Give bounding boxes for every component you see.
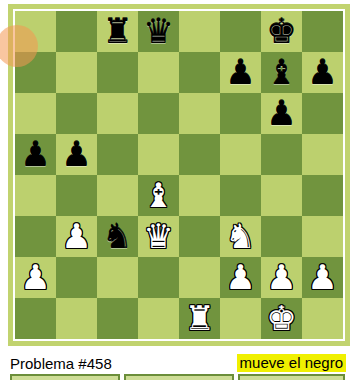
- square-h7[interactable]: ♟: [302, 52, 343, 93]
- square-d6[interactable]: [138, 93, 179, 134]
- square-f1[interactable]: [220, 298, 261, 339]
- bottom-button-2[interactable]: [124, 374, 234, 380]
- square-f6[interactable]: [220, 93, 261, 134]
- square-f2[interactable]: ♟: [220, 257, 261, 298]
- square-b6[interactable]: [56, 93, 97, 134]
- black-knight-c3[interactable]: ♞: [97, 216, 138, 257]
- white-pawn-g2[interactable]: ♟: [261, 257, 302, 298]
- square-g7[interactable]: ♝: [261, 52, 302, 93]
- black-king-g8[interactable]: ♚: [261, 11, 302, 52]
- square-d5[interactable]: [138, 134, 179, 175]
- black-pawn-g6[interactable]: ♟: [261, 93, 302, 134]
- square-a4[interactable]: [15, 175, 56, 216]
- square-g5[interactable]: [261, 134, 302, 175]
- square-f4[interactable]: [220, 175, 261, 216]
- square-h1[interactable]: [302, 298, 343, 339]
- square-e6[interactable]: [179, 93, 220, 134]
- square-c4[interactable]: [97, 175, 138, 216]
- square-h8[interactable]: [302, 11, 343, 52]
- square-e3[interactable]: [179, 216, 220, 257]
- white-knight-f3[interactable]: ♞: [220, 216, 261, 257]
- white-pawn-b3[interactable]: ♟: [56, 216, 97, 257]
- square-f7[interactable]: ♟: [220, 52, 261, 93]
- square-g6[interactable]: ♟: [261, 93, 302, 134]
- square-b2[interactable]: [56, 257, 97, 298]
- white-pawn-f2[interactable]: ♟: [220, 257, 261, 298]
- square-e4[interactable]: [179, 175, 220, 216]
- square-c8[interactable]: ♜: [97, 11, 138, 52]
- square-h2[interactable]: ♟: [302, 257, 343, 298]
- square-a1[interactable]: [15, 298, 56, 339]
- square-b7[interactable]: [56, 52, 97, 93]
- white-pawn-h2[interactable]: ♟: [302, 257, 343, 298]
- square-d1[interactable]: [138, 298, 179, 339]
- square-a2[interactable]: ♟: [15, 257, 56, 298]
- caption-row: Problema #458 mueve el negro: [0, 352, 353, 373]
- square-f5[interactable]: [220, 134, 261, 175]
- square-d3[interactable]: ♛: [138, 216, 179, 257]
- white-queen-d3[interactable]: ♛: [138, 216, 179, 257]
- square-d7[interactable]: [138, 52, 179, 93]
- square-c1[interactable]: [97, 298, 138, 339]
- black-pawn-a5[interactable]: ♟: [15, 134, 56, 175]
- square-h5[interactable]: [302, 134, 343, 175]
- square-c6[interactable]: [97, 93, 138, 134]
- square-a5[interactable]: ♟: [15, 134, 56, 175]
- chess-board[interactable]: ♜♛♚♟♝♟♟♟♟♝♟♞♛♞♟♟♟♟♜♚: [15, 11, 343, 339]
- square-e5[interactable]: [179, 134, 220, 175]
- square-f8[interactable]: [220, 11, 261, 52]
- square-a3[interactable]: [15, 216, 56, 257]
- square-a7[interactable]: [15, 52, 56, 93]
- square-c2[interactable]: [97, 257, 138, 298]
- square-g1[interactable]: ♚: [261, 298, 302, 339]
- square-c5[interactable]: [97, 134, 138, 175]
- square-d2[interactable]: [138, 257, 179, 298]
- black-pawn-h7[interactable]: ♟: [302, 52, 343, 93]
- black-queen-d8[interactable]: ♛: [138, 11, 179, 52]
- white-pawn-a2[interactable]: ♟: [15, 257, 56, 298]
- black-pawn-b5[interactable]: ♟: [56, 134, 97, 175]
- square-c3[interactable]: ♞: [97, 216, 138, 257]
- square-d8[interactable]: ♛: [138, 11, 179, 52]
- white-rook-e1[interactable]: ♜: [179, 298, 220, 339]
- square-e8[interactable]: [179, 11, 220, 52]
- black-pawn-f7[interactable]: ♟: [220, 52, 261, 93]
- square-h3[interactable]: [302, 216, 343, 257]
- button-strip: [0, 374, 353, 380]
- square-b8[interactable]: [56, 11, 97, 52]
- square-e2[interactable]: [179, 257, 220, 298]
- black-rook-c8[interactable]: ♜: [97, 11, 138, 52]
- white-bishop-d4[interactable]: ♝: [138, 175, 179, 216]
- square-b3[interactable]: ♟: [56, 216, 97, 257]
- white-king-g1[interactable]: ♚: [261, 298, 302, 339]
- square-b4[interactable]: [56, 175, 97, 216]
- square-g4[interactable]: [261, 175, 302, 216]
- board-inner-border: ♜♛♚♟♝♟♟♟♟♝♟♞♛♞♟♟♟♟♜♚: [13, 9, 345, 341]
- bottom-button-3[interactable]: [238, 374, 345, 380]
- problem-caption: Problema #458: [10, 355, 112, 372]
- square-b1[interactable]: [56, 298, 97, 339]
- board-frame: ♜♛♚♟♝♟♟♟♟♝♟♞♛♞♟♟♟♟♜♚: [8, 4, 350, 346]
- square-e7[interactable]: [179, 52, 220, 93]
- square-e1[interactable]: ♜: [179, 298, 220, 339]
- square-a8[interactable]: [15, 11, 56, 52]
- square-g2[interactable]: ♟: [261, 257, 302, 298]
- square-d4[interactable]: ♝: [138, 175, 179, 216]
- square-h4[interactable]: [302, 175, 343, 216]
- black-bishop-g7[interactable]: ♝: [261, 52, 302, 93]
- square-g8[interactable]: ♚: [261, 11, 302, 52]
- square-a6[interactable]: [15, 93, 56, 134]
- square-c7[interactable]: [97, 52, 138, 93]
- square-f3[interactable]: ♞: [220, 216, 261, 257]
- square-g3[interactable]: [261, 216, 302, 257]
- bottom-button-1[interactable]: [10, 374, 120, 380]
- square-b5[interactable]: ♟: [56, 134, 97, 175]
- square-h6[interactable]: [302, 93, 343, 134]
- turn-indicator: mueve el negro: [237, 354, 346, 372]
